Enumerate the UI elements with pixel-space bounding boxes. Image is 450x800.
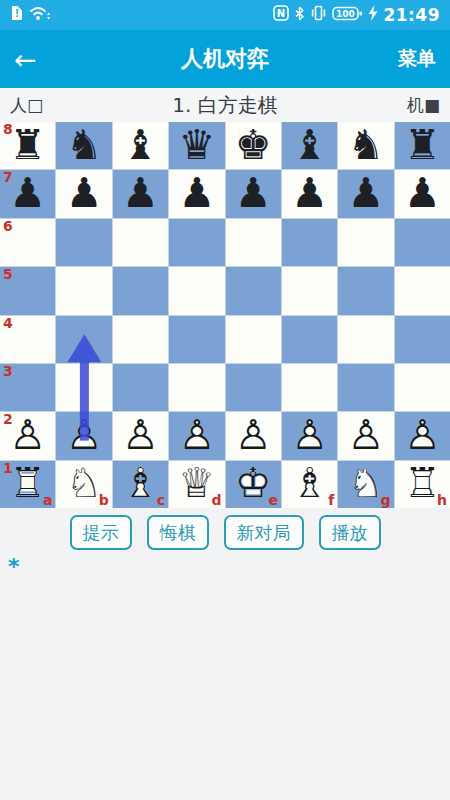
square-a4[interactable]: 4 <box>0 316 55 363</box>
square-g8[interactable]: ♞ <box>338 122 393 169</box>
square-c5[interactable] <box>113 267 168 314</box>
square-c3[interactable] <box>113 364 168 411</box>
file-label-f: f <box>328 493 334 508</box>
playback-button[interactable]: 播放 <box>319 515 381 550</box>
square-g2[interactable]: ♟♙ <box>338 412 393 459</box>
square-d5[interactable] <box>169 267 224 314</box>
square-h2[interactable]: ♟♙ <box>395 412 450 459</box>
square-h4[interactable] <box>395 316 450 363</box>
app-bar: ← 人机对弈 菜单 <box>0 30 450 88</box>
piece-black-pawn: ♟ <box>395 170 450 217</box>
info-bar: 人□ 1. 白方走棋 机■ <box>0 88 450 122</box>
square-f6[interactable] <box>282 219 337 266</box>
square-h6[interactable] <box>395 219 450 266</box>
rank-label-5: 5 <box>3 267 13 282</box>
square-h8[interactable]: ♜ <box>395 122 450 169</box>
file-label-c: c <box>157 493 165 508</box>
move-status-label: 1. 白方走棋 <box>90 92 360 119</box>
square-f7[interactable]: ♟ <box>282 170 337 217</box>
square-e1[interactable]: ♚♔e <box>226 461 281 508</box>
square-c8[interactable]: ♝ <box>113 122 168 169</box>
control-buttons: 提示 悔棋 新对局 播放 <box>0 515 450 550</box>
square-c6[interactable] <box>113 219 168 266</box>
square-b7[interactable]: ♟ <box>56 170 111 217</box>
square-h3[interactable] <box>395 364 450 411</box>
square-b3[interactable] <box>56 364 111 411</box>
square-g5[interactable] <box>338 267 393 314</box>
square-e8[interactable]: ♚ <box>226 122 281 169</box>
square-a1[interactable]: ♜♖1a <box>0 461 55 508</box>
square-d4[interactable] <box>169 316 224 363</box>
square-b1[interactable]: ♞♘b <box>56 461 111 508</box>
new-game-button[interactable]: 新对局 <box>224 515 304 550</box>
square-f3[interactable] <box>282 364 337 411</box>
wifi-icon <box>29 6 51 25</box>
piece-black-bishop: ♝ <box>282 122 337 169</box>
piece-black-pawn: ♟ <box>226 170 281 217</box>
human-side-label: 人□ <box>10 94 90 117</box>
square-g7[interactable]: ♟ <box>338 170 393 217</box>
rank-label-2: 2 <box>3 412 13 427</box>
status-bar: ! N 100 21:49 <box>0 0 450 30</box>
nfc-icon: N <box>273 5 289 25</box>
square-g1[interactable]: ♞♘g <box>338 461 393 508</box>
square-a5[interactable]: 5 <box>0 267 55 314</box>
piece-white-pawn: ♟♙ <box>113 412 168 459</box>
piece-black-pawn: ♟ <box>282 170 337 217</box>
square-h1[interactable]: ♜♖h <box>395 461 450 508</box>
square-a7[interactable]: ♟7 <box>0 170 55 217</box>
square-c7[interactable]: ♟ <box>113 170 168 217</box>
file-label-d: d <box>211 493 221 508</box>
square-g6[interactable] <box>338 219 393 266</box>
piece-black-knight: ♞ <box>56 122 111 169</box>
piece-black-pawn: ♟ <box>169 170 224 217</box>
machine-side-label: 机■ <box>360 94 440 117</box>
piece-black-bishop: ♝ <box>113 122 168 169</box>
menu-button[interactable]: 菜单 <box>366 46 436 72</box>
page-title: 人机对弈 <box>84 44 366 74</box>
clock: 21:49 <box>383 5 440 25</box>
svg-text:N: N <box>277 8 285 19</box>
piece-white-pawn: ♟♙ <box>226 412 281 459</box>
square-f1[interactable]: ♝♗f <box>282 461 337 508</box>
back-button[interactable]: ← <box>14 46 84 73</box>
rank-label-8: 8 <box>3 122 13 137</box>
square-a6[interactable]: 6 <box>0 219 55 266</box>
square-b2[interactable]: ♟♙ <box>56 412 111 459</box>
bluetooth-icon <box>294 6 305 25</box>
svg-text:100: 100 <box>336 9 355 19</box>
square-e3[interactable] <box>226 364 281 411</box>
piece-black-pawn: ♟ <box>113 170 168 217</box>
file-label-a: a <box>43 493 52 508</box>
square-g3[interactable] <box>338 364 393 411</box>
square-d7[interactable]: ♟ <box>169 170 224 217</box>
square-c4[interactable] <box>113 316 168 363</box>
piece-black-pawn: ♟ <box>338 170 393 217</box>
piece-black-pawn: ♟ <box>56 170 111 217</box>
square-f5[interactable] <box>282 267 337 314</box>
charging-bolt-icon <box>368 5 378 25</box>
rank-label-3: 3 <box>3 364 13 379</box>
piece-white-pawn: ♟♙ <box>169 412 224 459</box>
rank-label-1: 1 <box>3 461 13 476</box>
battery-icon: 100 <box>332 5 363 26</box>
undo-button[interactable]: 悔棋 <box>147 515 209 550</box>
vibrate-icon <box>310 5 327 25</box>
file-label-h: h <box>437 493 447 508</box>
square-h5[interactable] <box>395 267 450 314</box>
square-a2[interactable]: ♟♙2 <box>0 412 55 459</box>
piece-black-knight: ♞ <box>338 122 393 169</box>
square-a3[interactable]: 3 <box>0 364 55 411</box>
piece-black-king: ♚ <box>226 122 281 169</box>
rank-label-6: 6 <box>3 219 13 234</box>
file-label-g: g <box>381 493 391 508</box>
svg-text:!: ! <box>15 8 20 19</box>
rank-label-4: 4 <box>3 316 13 331</box>
square-b6[interactable] <box>56 219 111 266</box>
square-e6[interactable] <box>226 219 281 266</box>
square-f2[interactable]: ♟♙ <box>282 412 337 459</box>
square-b5[interactable] <box>56 267 111 314</box>
piece-black-rook: ♜ <box>395 122 450 169</box>
hint-button[interactable]: 提示 <box>70 515 132 550</box>
square-a8[interactable]: ♜8 <box>0 122 55 169</box>
square-h7[interactable]: ♟ <box>395 170 450 217</box>
square-e7[interactable]: ♟ <box>226 170 281 217</box>
square-d6[interactable] <box>169 219 224 266</box>
piece-white-pawn: ♟♙ <box>282 412 337 459</box>
square-e4[interactable] <box>226 316 281 363</box>
piece-white-pawn: ♟♙ <box>338 412 393 459</box>
square-f8[interactable]: ♝ <box>282 122 337 169</box>
square-e2[interactable]: ♟♙ <box>226 412 281 459</box>
piece-white-pawn: ♟♙ <box>395 412 450 459</box>
status-left-icons: ! <box>10 5 51 25</box>
square-c1[interactable]: ♝♗c <box>113 461 168 508</box>
square-e5[interactable] <box>226 267 281 314</box>
chess-board: ♜8♞♝♛♚♝♞♜♟7♟♟♟♟♟♟♟6543♟♙2♟♙♟♙♟♙♟♙♟♙♟♙♟♙♜… <box>0 122 450 508</box>
footnote-asterisk: * <box>8 556 450 578</box>
square-g4[interactable] <box>338 316 393 363</box>
rank-label-7: 7 <box>3 170 13 185</box>
square-d8[interactable]: ♛ <box>169 122 224 169</box>
square-d2[interactable]: ♟♙ <box>169 412 224 459</box>
piece-black-queen: ♛ <box>169 122 224 169</box>
square-b4[interactable] <box>56 316 111 363</box>
piece-white-pawn: ♟♙ <box>56 412 111 459</box>
square-d3[interactable] <box>169 364 224 411</box>
square-d1[interactable]: ♛♕d <box>169 461 224 508</box>
sim-alert-icon: ! <box>10 5 23 25</box>
square-c2[interactable]: ♟♙ <box>113 412 168 459</box>
file-label-b: b <box>99 493 109 508</box>
square-b8[interactable]: ♞ <box>56 122 111 169</box>
status-right-icons: N 100 21:49 <box>273 5 440 26</box>
file-label-e: e <box>268 493 278 508</box>
square-f4[interactable] <box>282 316 337 363</box>
